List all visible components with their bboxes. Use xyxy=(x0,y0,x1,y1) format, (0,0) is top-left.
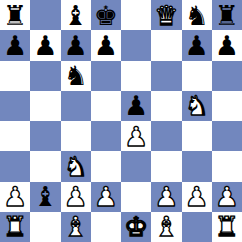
black-knight-piece: ♞ xyxy=(185,2,209,29)
square-d3[interactable] xyxy=(91,151,121,181)
square-d5[interactable] xyxy=(91,91,121,121)
white-bishop-piece: ♝ xyxy=(154,213,178,240)
white-pawn-piece: ♟ xyxy=(124,123,148,150)
square-c6[interactable]: ♞ xyxy=(61,61,91,91)
square-e8[interactable] xyxy=(121,0,151,30)
square-f2[interactable]: ♟ xyxy=(151,182,181,212)
square-h3[interactable] xyxy=(212,151,242,181)
square-g3[interactable] xyxy=(182,151,212,181)
white-pawn-piece: ♟ xyxy=(94,183,118,210)
square-b6[interactable] xyxy=(30,61,60,91)
black-pawn-piece: ♟ xyxy=(3,32,27,59)
square-f8[interactable]: ♛ xyxy=(151,0,181,30)
black-rook-piece: ♜ xyxy=(3,2,27,29)
square-a1[interactable]: ♜ xyxy=(0,212,30,242)
square-f4[interactable] xyxy=(151,121,181,151)
black-pawn-piece: ♟ xyxy=(215,32,239,59)
square-e4[interactable]: ♟ xyxy=(121,121,151,151)
black-knight-piece: ♞ xyxy=(64,62,88,89)
white-knight-piece: ♞ xyxy=(64,153,88,180)
square-c5[interactable] xyxy=(61,91,91,121)
square-a6[interactable] xyxy=(0,61,30,91)
chess-board: ♜♝♚♛♞♜♟♟♟♟♟♟♞♟♞♟♞♟♝♟♟♟♟♟♜♝♚♝♜ xyxy=(0,0,242,242)
square-a8[interactable]: ♜ xyxy=(0,0,30,30)
black-king-piece: ♚ xyxy=(94,2,118,29)
square-f6[interactable] xyxy=(151,61,181,91)
black-pawn-piece: ♟ xyxy=(64,32,88,59)
square-c8[interactable]: ♝ xyxy=(61,0,91,30)
square-c2[interactable]: ♟ xyxy=(61,182,91,212)
square-b3[interactable] xyxy=(30,151,60,181)
square-h2[interactable]: ♟ xyxy=(212,182,242,212)
square-f3[interactable] xyxy=(151,151,181,181)
square-d1[interactable] xyxy=(91,212,121,242)
black-pawn-piece: ♟ xyxy=(124,92,148,119)
square-h6[interactable] xyxy=(212,61,242,91)
square-b8[interactable] xyxy=(30,0,60,30)
square-g5[interactable]: ♞ xyxy=(182,91,212,121)
square-h4[interactable] xyxy=(212,121,242,151)
square-d7[interactable]: ♟ xyxy=(91,30,121,60)
square-e5[interactable]: ♟ xyxy=(121,91,151,121)
square-e3[interactable] xyxy=(121,151,151,181)
square-e2[interactable] xyxy=(121,182,151,212)
square-g6[interactable] xyxy=(182,61,212,91)
square-f1[interactable]: ♝ xyxy=(151,212,181,242)
square-b2[interactable]: ♝ xyxy=(30,182,60,212)
black-bishop-piece: ♝ xyxy=(64,2,88,29)
square-h8[interactable]: ♜ xyxy=(212,0,242,30)
square-g1[interactable] xyxy=(182,212,212,242)
square-d6[interactable] xyxy=(91,61,121,91)
white-rook-piece: ♜ xyxy=(3,213,27,240)
black-pawn-piece: ♟ xyxy=(33,32,57,59)
white-pawn-piece: ♟ xyxy=(154,183,178,210)
square-c4[interactable] xyxy=(61,121,91,151)
square-a3[interactable] xyxy=(0,151,30,181)
black-pawn-piece: ♟ xyxy=(185,32,209,59)
black-bishop-piece: ♝ xyxy=(33,183,57,210)
square-f7[interactable] xyxy=(151,30,181,60)
white-bishop-piece: ♝ xyxy=(64,213,88,240)
square-a4[interactable] xyxy=(0,121,30,151)
white-pawn-piece: ♟ xyxy=(185,183,209,210)
black-pawn-piece: ♟ xyxy=(94,32,118,59)
square-g7[interactable]: ♟ xyxy=(182,30,212,60)
square-c7[interactable]: ♟ xyxy=(61,30,91,60)
square-b4[interactable] xyxy=(30,121,60,151)
square-b7[interactable]: ♟ xyxy=(30,30,60,60)
white-knight-piece: ♞ xyxy=(185,92,209,119)
square-c3[interactable]: ♞ xyxy=(61,151,91,181)
square-e7[interactable] xyxy=(121,30,151,60)
square-g4[interactable] xyxy=(182,121,212,151)
square-d4[interactable] xyxy=(91,121,121,151)
white-pawn-piece: ♟ xyxy=(3,183,27,210)
square-h5[interactable] xyxy=(212,91,242,121)
square-f5[interactable] xyxy=(151,91,181,121)
square-d8[interactable]: ♚ xyxy=(91,0,121,30)
black-rook-piece: ♜ xyxy=(215,2,239,29)
white-pawn-piece: ♟ xyxy=(64,183,88,210)
white-king-piece: ♚ xyxy=(124,213,148,240)
square-e1[interactable]: ♚ xyxy=(121,212,151,242)
square-a2[interactable]: ♟ xyxy=(0,182,30,212)
square-c1[interactable]: ♝ xyxy=(61,212,91,242)
square-b5[interactable] xyxy=(30,91,60,121)
square-e6[interactable] xyxy=(121,61,151,91)
white-rook-piece: ♜ xyxy=(215,213,239,240)
white-queen-piece: ♛ xyxy=(154,2,178,29)
square-b1[interactable] xyxy=(30,212,60,242)
square-g8[interactable]: ♞ xyxy=(182,0,212,30)
square-a7[interactable]: ♟ xyxy=(0,30,30,60)
square-h7[interactable]: ♟ xyxy=(212,30,242,60)
white-pawn-piece: ♟ xyxy=(215,183,239,210)
square-d2[interactable]: ♟ xyxy=(91,182,121,212)
square-a5[interactable] xyxy=(0,91,30,121)
square-g2[interactable]: ♟ xyxy=(182,182,212,212)
square-h1[interactable]: ♜ xyxy=(212,212,242,242)
